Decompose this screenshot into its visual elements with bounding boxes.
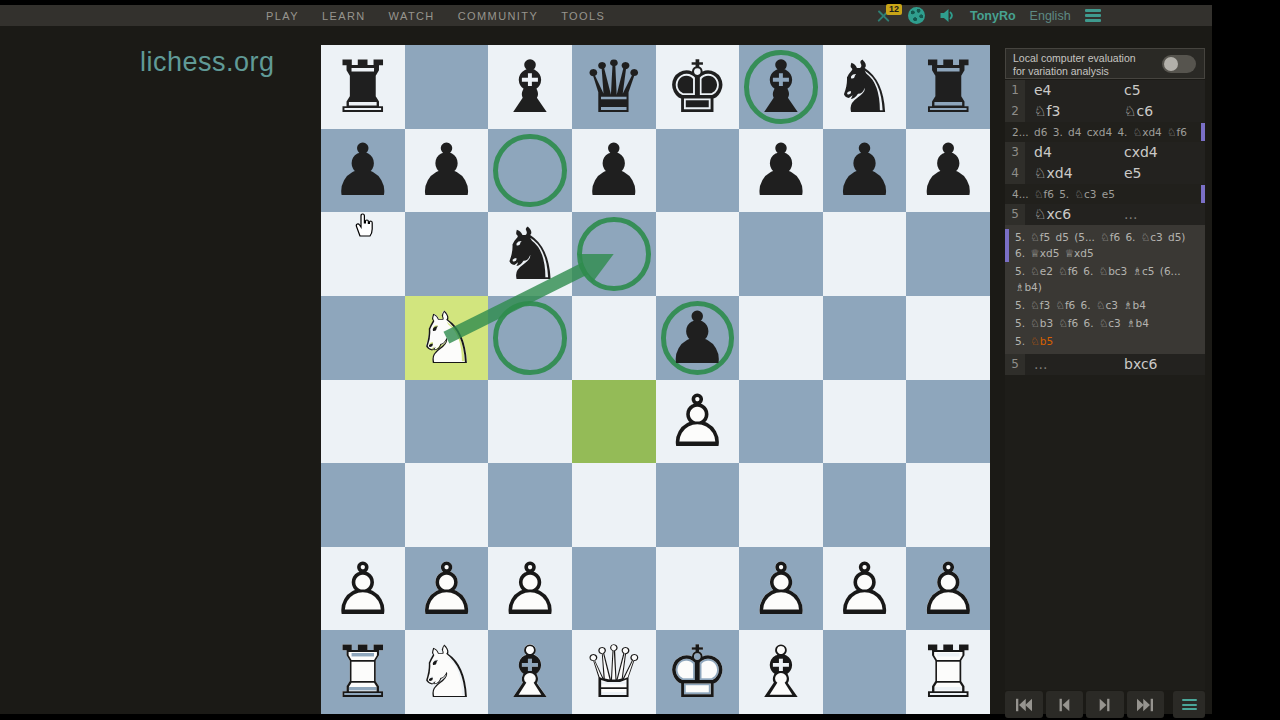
square-a1[interactable]: ♜♖	[321, 630, 405, 714]
square-g1[interactable]	[823, 630, 907, 714]
piece-glyph: ♖	[906, 630, 990, 714]
piece-glyph: ♞	[488, 212, 572, 296]
move-number: 1	[1005, 80, 1025, 101]
variation-line[interactable]: 5. ♘b5	[1015, 333, 1197, 349]
square-h2[interactable]: ♟︎♙	[906, 547, 990, 631]
square-h1[interactable]: ♜♖	[906, 630, 990, 714]
square-f6[interactable]	[739, 212, 823, 296]
variation-marker	[1005, 229, 1009, 262]
square-a5[interactable]	[321, 296, 405, 380]
move-number: 4	[1005, 163, 1025, 184]
piece-glyph: ♜	[906, 45, 990, 129]
nav-right: 12 TonyRo English	[874, 5, 1101, 26]
piece-glyph: ♟︎	[572, 129, 656, 213]
square-g7[interactable]: ♟︎	[823, 129, 907, 213]
square-a3[interactable]	[321, 463, 405, 547]
black-rook[interactable]: ♜	[321, 45, 405, 129]
username[interactable]: TonyRo	[970, 9, 1016, 23]
piece-glyph: ♝	[739, 45, 823, 129]
lichess-analysis-page: PLAYLEARNWATCHCOMMUNITYTOOLS 12 TonyRo E…	[0, 0, 1280, 720]
piece-glyph: ♕	[572, 630, 656, 714]
white-bishop[interactable]: ♝♗	[739, 630, 823, 714]
square-b2[interactable]: ♟︎♙	[405, 547, 489, 631]
variation-line[interactable]: 5. ♘f5 d5 (5... ♘f6 6. ♘c3 d5) 6. ♕xd5 ♕…	[1015, 229, 1197, 261]
variation-text: 5.	[1015, 335, 1030, 347]
variation-text: 5. ♘e2 ♘f6 6. ♘bc3 ♗c5 (6... ♗b4)	[1015, 265, 1181, 293]
nav-item-play[interactable]: PLAY	[266, 10, 299, 22]
square-c3[interactable]	[488, 463, 572, 547]
square-c1[interactable]: ♝♗	[488, 630, 572, 714]
white-rook[interactable]: ♜♖	[321, 630, 405, 714]
black-pawn[interactable]: ♟︎	[739, 129, 823, 213]
square-d6[interactable]	[572, 212, 656, 296]
white-move[interactable]: ♘f3	[1025, 101, 1115, 122]
square-h7[interactable]: ♟︎	[906, 129, 990, 213]
notification-badge: 12	[886, 4, 902, 15]
white-knight[interactable]: ♞♘	[405, 296, 489, 380]
black-rook[interactable]: ♜	[906, 45, 990, 129]
square-e5[interactable]: ♟︎	[656, 296, 740, 380]
variation-line[interactable]: 2... d6 3. d4 cxd4 4. ♘xd4 ♘f6	[1005, 122, 1205, 142]
black-move[interactable]: cxd4	[1115, 142, 1205, 163]
square-g4[interactable]	[823, 380, 907, 464]
white-knight[interactable]: ♞♘	[405, 630, 489, 714]
square-e6[interactable]	[656, 212, 740, 296]
lichess-logo[interactable]: lichess.org	[140, 47, 275, 78]
piece-glyph: ♟︎	[656, 296, 740, 380]
step-forward-button[interactable]	[1086, 691, 1124, 718]
square-a4[interactable]	[321, 380, 405, 464]
piece-glyph: ♟︎	[906, 129, 990, 213]
square-d5[interactable]	[572, 296, 656, 380]
square-e8[interactable]: ♚	[656, 45, 740, 129]
white-move[interactable]: ...	[1025, 354, 1115, 375]
black-pawn[interactable]: ♟︎	[906, 129, 990, 213]
move-row-5: 5♘xc6...	[1005, 204, 1205, 225]
piece-glyph: ♙	[405, 547, 489, 631]
square-d8[interactable]: ♛	[572, 45, 656, 129]
piece-glyph: ♚	[656, 45, 740, 129]
piece-glyph: ♙	[739, 547, 823, 631]
sound-icon[interactable]	[939, 7, 956, 24]
square-b4[interactable]	[405, 380, 489, 464]
eval-panel: Local computer evaluation for variation …	[1005, 48, 1205, 79]
nav-menu: PLAYLEARNWATCHCOMMUNITYTOOLS	[266, 5, 605, 26]
black-bishop[interactable]: ♝	[488, 45, 572, 129]
black-move[interactable]: c5	[1115, 80, 1205, 101]
board-controls	[1005, 691, 1205, 718]
square-e3[interactable]	[656, 463, 740, 547]
square-h8[interactable]: ♜	[906, 45, 990, 129]
square-d1[interactable]: ♛♕	[572, 630, 656, 714]
piece-glyph: ♟︎	[823, 129, 907, 213]
square-g3[interactable]	[823, 463, 907, 547]
white-pawn[interactable]: ♟︎♙	[906, 547, 990, 631]
square-h3[interactable]	[906, 463, 990, 547]
square-e4[interactable]: ♟︎♙	[656, 380, 740, 464]
square-d3[interactable]	[572, 463, 656, 547]
white-pawn[interactable]: ♟︎♙	[823, 547, 907, 631]
move-number: 5	[1005, 204, 1025, 225]
square-h4[interactable]	[906, 380, 990, 464]
black-knight[interactable]: ♞	[823, 45, 907, 129]
piece-glyph: ♟︎	[739, 129, 823, 213]
square-d2[interactable]	[572, 547, 656, 631]
white-pawn[interactable]: ♟︎♙	[488, 547, 572, 631]
black-move[interactable]: bxc6	[1115, 354, 1205, 375]
piece-glyph: ♗	[488, 630, 572, 714]
white-pawn[interactable]: ♟︎♙	[656, 380, 740, 464]
square-e1[interactable]: ♚♔	[656, 630, 740, 714]
move-row-1: 1e4c5	[1005, 80, 1205, 101]
white-pawn[interactable]: ♟︎♙	[321, 547, 405, 631]
square-h6[interactable]	[906, 212, 990, 296]
square-b6[interactable]	[405, 212, 489, 296]
variation-text: 5. ♘f3 ♘f6 6. ♘c3 ♗b4	[1015, 299, 1146, 311]
piece-glyph: ♔	[656, 630, 740, 714]
current-move: ♘b5	[1030, 335, 1053, 347]
white-bishop[interactable]: ♝♗	[488, 630, 572, 714]
piece-glyph: ♝	[488, 45, 572, 129]
black-king[interactable]: ♚	[656, 45, 740, 129]
chess-board: ♜♝♛♚♝♞♜♟︎♟︎♟︎♟︎♟︎♟︎♞♞♘♟︎♟︎♙♟︎♙♟︎♙♟︎♙♟︎♙♟…	[321, 45, 990, 714]
hamburger-menu-icon[interactable]	[1085, 9, 1101, 22]
white-move[interactable]: ♘xd4	[1025, 163, 1115, 184]
nav-item-tools[interactable]: TOOLS	[561, 10, 605, 22]
square-b1[interactable]: ♞♘	[405, 630, 489, 714]
piece-glyph: ♘	[405, 630, 489, 714]
move-number: 3	[1005, 142, 1025, 163]
move-row-2: 2♘f3♘c6	[1005, 101, 1205, 122]
move-row-5: 5...bxc6	[1005, 354, 1205, 375]
square-f2[interactable]: ♟︎♙	[739, 547, 823, 631]
skip-to-start-button[interactable]	[1005, 691, 1043, 718]
white-rook[interactable]: ♜♖	[906, 630, 990, 714]
step-back-button[interactable]	[1046, 691, 1084, 718]
square-f7[interactable]: ♟︎	[739, 129, 823, 213]
square-c7[interactable]	[488, 129, 572, 213]
variation-line[interactable]: 5. ♘f3 ♘f6 6. ♘c3 ♗b4	[1015, 297, 1197, 313]
variation-line[interactable]: 5. ♘b3 ♘f6 6. ♘c3 ♗b4	[1015, 315, 1197, 331]
black-move[interactable]: ...	[1115, 204, 1205, 225]
black-bishop[interactable]: ♝	[739, 45, 823, 129]
analysis-menu-button[interactable]	[1173, 691, 1205, 718]
eval-panel-label: Local computer evaluation for variation …	[1013, 52, 1136, 77]
square-b8[interactable]	[405, 45, 489, 129]
piece-glyph: ♞	[823, 45, 907, 129]
white-pawn[interactable]: ♟︎♙	[739, 547, 823, 631]
square-c6[interactable]: ♞	[488, 212, 572, 296]
black-queen[interactable]: ♛	[572, 45, 656, 129]
move-list: 1e4c52♘f3♘c62... d6 3. d4 cxd4 4. ♘xd4 ♘…	[1005, 80, 1205, 690]
piece-glyph: ♜	[321, 45, 405, 129]
square-a2[interactable]: ♟︎♙	[321, 547, 405, 631]
square-f1[interactable]: ♝♗	[739, 630, 823, 714]
piece-glyph: ♟︎	[405, 129, 489, 213]
variation-text: 5. ♘f5 d5 (5... ♘f6 6. ♘c3 d5) 6. ♕xd5 ♕…	[1015, 231, 1185, 259]
square-b5[interactable]: ♞♘	[405, 296, 489, 380]
square-c5[interactable]	[488, 296, 572, 380]
skip-to-end-button[interactable]	[1127, 691, 1165, 718]
black-knight[interactable]: ♞	[488, 212, 572, 296]
black-pawn[interactable]: ♟︎	[823, 129, 907, 213]
variation-marker	[1201, 185, 1205, 203]
square-a8[interactable]: ♜	[321, 45, 405, 129]
square-g2[interactable]: ♟︎♙	[823, 547, 907, 631]
nav-item-community[interactable]: COMMUNITY	[458, 10, 538, 22]
square-c8[interactable]: ♝	[488, 45, 572, 129]
variation-line[interactable]: 4... ♘f6 5. ♘c3 e5	[1005, 184, 1205, 204]
white-move[interactable]: e4	[1025, 80, 1115, 101]
black-pawn[interactable]: ♟︎	[656, 296, 740, 380]
piece-glyph: ♖	[321, 630, 405, 714]
square-g5[interactable]	[823, 296, 907, 380]
square-d4[interactable]	[572, 380, 656, 464]
square-c2[interactable]: ♟︎♙	[488, 547, 572, 631]
square-g8[interactable]: ♞	[823, 45, 907, 129]
white-queen[interactable]: ♛♕	[572, 630, 656, 714]
square-f3[interactable]	[739, 463, 823, 547]
menu-lines-icon	[1182, 699, 1197, 710]
square-b7[interactable]: ♟︎	[405, 129, 489, 213]
piece-glyph: ♙	[823, 547, 907, 631]
eval-toggle-knob	[1164, 57, 1178, 71]
black-pawn[interactable]: ♟︎	[321, 129, 405, 213]
square-h5[interactable]	[906, 296, 990, 380]
white-move[interactable]: ♘xc6	[1025, 204, 1115, 225]
white-pawn[interactable]: ♟︎♙	[405, 547, 489, 631]
square-f4[interactable]	[739, 380, 823, 464]
square-d7[interactable]: ♟︎	[572, 129, 656, 213]
piece-glyph: ♛	[572, 45, 656, 129]
variation-line[interactable]: 5. ♘e2 ♘f6 6. ♘bc3 ♗c5 (6... ♗b4)	[1015, 263, 1197, 295]
language-selector[interactable]: English	[1030, 9, 1071, 23]
move-number: 2	[1005, 101, 1025, 122]
square-a7[interactable]: ♟︎	[321, 129, 405, 213]
black-move[interactable]: e5	[1115, 163, 1205, 184]
piece-glyph: ♟︎	[321, 129, 405, 213]
nav-item-learn[interactable]: LEARN	[322, 10, 366, 22]
variation-marker	[1201, 123, 1205, 141]
square-e7[interactable]	[656, 129, 740, 213]
nav-item-watch[interactable]: WATCH	[389, 10, 435, 22]
black-pawn[interactable]: ♟︎	[572, 129, 656, 213]
square-g6[interactable]	[823, 212, 907, 296]
black-move[interactable]: ♘c6	[1115, 101, 1205, 122]
move-row-3: 3d4cxd4	[1005, 142, 1205, 163]
piece-glyph: ♘	[405, 296, 489, 380]
variation-text: 5. ♘b3 ♘f6 6. ♘c3 ♗b4	[1015, 317, 1149, 329]
piece-glyph: ♙	[656, 380, 740, 464]
piece-glyph: ♙	[321, 547, 405, 631]
variation-block: 5. ♘f5 d5 (5... ♘f6 6. ♘c3 d5) 6. ♕xd5 ♕…	[1005, 225, 1205, 354]
white-king[interactable]: ♚♔	[656, 630, 740, 714]
black-pawn[interactable]: ♟︎	[405, 129, 489, 213]
square-c4[interactable]	[488, 380, 572, 464]
eval-toggle[interactable]	[1162, 55, 1196, 73]
square-a6[interactable]	[321, 212, 405, 296]
top-navbar: PLAYLEARNWATCHCOMMUNITYTOOLS 12 TonyRo E…	[0, 5, 1212, 26]
square-b3[interactable]	[405, 463, 489, 547]
challenges-icon[interactable]: 12	[874, 7, 894, 25]
piece-glyph: ♙	[906, 547, 990, 631]
move-number: 5	[1005, 354, 1025, 375]
theme-palette-icon[interactable]	[908, 7, 925, 24]
white-move[interactable]: d4	[1025, 142, 1115, 163]
square-f5[interactable]	[739, 296, 823, 380]
piece-glyph: ♙	[488, 547, 572, 631]
square-e2[interactable]	[656, 547, 740, 631]
move-row-4: 4♘xd4e5	[1005, 163, 1205, 184]
square-f8[interactable]: ♝	[739, 45, 823, 129]
piece-glyph: ♗	[739, 630, 823, 714]
